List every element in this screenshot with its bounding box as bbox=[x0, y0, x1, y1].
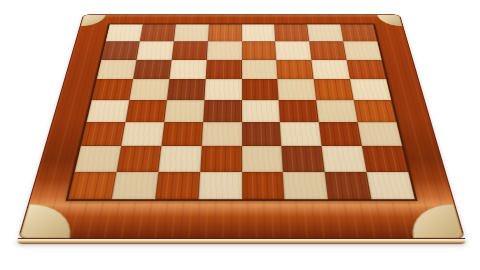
square-a5[interactable] bbox=[92, 79, 133, 100]
square-c7[interactable] bbox=[171, 42, 207, 60]
square-a2[interactable] bbox=[75, 146, 121, 172]
square-g8[interactable] bbox=[307, 24, 343, 41]
square-g1[interactable] bbox=[325, 172, 372, 200]
square-h3[interactable] bbox=[358, 122, 402, 146]
square-e7[interactable] bbox=[242, 42, 277, 60]
square-f4[interactable] bbox=[279, 100, 319, 122]
square-e3[interactable] bbox=[242, 122, 282, 146]
square-f1[interactable] bbox=[283, 172, 328, 200]
square-h6[interactable] bbox=[347, 60, 387, 79]
square-a1[interactable] bbox=[68, 172, 116, 200]
square-e5[interactable] bbox=[242, 79, 279, 100]
square-h8[interactable] bbox=[340, 24, 377, 41]
square-f7[interactable] bbox=[275, 42, 311, 60]
square-d1[interactable] bbox=[198, 172, 241, 200]
square-h1[interactable] bbox=[367, 172, 415, 200]
square-g5[interactable] bbox=[314, 79, 354, 100]
square-a7[interactable] bbox=[101, 42, 139, 60]
square-h7[interactable] bbox=[343, 42, 381, 60]
square-e8[interactable] bbox=[242, 24, 276, 41]
square-f5[interactable] bbox=[278, 79, 317, 100]
square-f2[interactable] bbox=[282, 146, 325, 172]
square-c8[interactable] bbox=[174, 24, 209, 41]
square-b1[interactable] bbox=[112, 172, 159, 200]
board-grid bbox=[68, 24, 415, 199]
square-h2[interactable] bbox=[362, 146, 408, 172]
square-c3[interactable] bbox=[161, 122, 203, 146]
square-e1[interactable] bbox=[242, 172, 285, 200]
square-h4[interactable] bbox=[354, 100, 397, 122]
square-d5[interactable] bbox=[204, 79, 241, 100]
square-b2[interactable] bbox=[116, 146, 161, 172]
square-d3[interactable] bbox=[201, 122, 241, 146]
square-a4[interactable] bbox=[87, 100, 130, 122]
square-g3[interactable] bbox=[319, 122, 362, 146]
square-a3[interactable] bbox=[81, 122, 125, 146]
square-e6[interactable] bbox=[242, 60, 278, 79]
square-f3[interactable] bbox=[280, 122, 322, 146]
square-c1[interactable] bbox=[155, 172, 200, 200]
square-d8[interactable] bbox=[208, 24, 242, 41]
square-h5[interactable] bbox=[350, 79, 391, 100]
square-c5[interactable] bbox=[167, 79, 206, 100]
square-d6[interactable] bbox=[205, 60, 241, 79]
playing-surface bbox=[66, 24, 418, 201]
square-g7[interactable] bbox=[309, 42, 346, 60]
square-g6[interactable] bbox=[312, 60, 351, 79]
square-g4[interactable] bbox=[316, 100, 357, 122]
square-e4[interactable] bbox=[242, 100, 281, 122]
square-a8[interactable] bbox=[106, 24, 143, 41]
square-c4[interactable] bbox=[164, 100, 204, 122]
square-b3[interactable] bbox=[121, 122, 164, 146]
square-e2[interactable] bbox=[242, 146, 284, 172]
square-b7[interactable] bbox=[136, 42, 173, 60]
square-a6[interactable] bbox=[97, 60, 137, 79]
square-f6[interactable] bbox=[277, 60, 314, 79]
square-g2[interactable] bbox=[322, 146, 367, 172]
square-b8[interactable] bbox=[140, 24, 176, 41]
square-f8[interactable] bbox=[274, 24, 309, 41]
square-b6[interactable] bbox=[133, 60, 172, 79]
square-b4[interactable] bbox=[125, 100, 166, 122]
board-edge-thickness bbox=[16, 238, 466, 244]
square-d4[interactable] bbox=[203, 100, 242, 122]
photo-canvas bbox=[0, 0, 480, 270]
chess-board bbox=[19, 15, 464, 238]
square-c2[interactable] bbox=[158, 146, 201, 172]
square-d2[interactable] bbox=[200, 146, 242, 172]
square-c6[interactable] bbox=[169, 60, 206, 79]
square-d7[interactable] bbox=[206, 42, 241, 60]
square-b5[interactable] bbox=[129, 79, 169, 100]
